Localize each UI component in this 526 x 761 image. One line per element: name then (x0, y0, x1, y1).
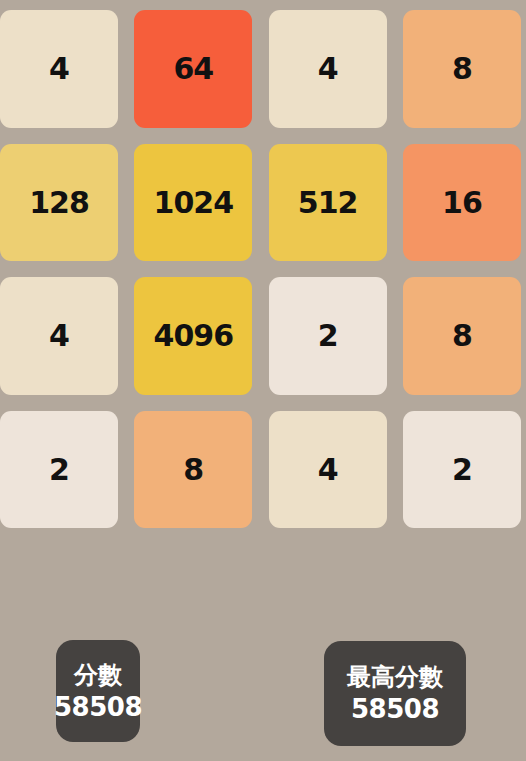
tile-r2c4-value-16: 16 (403, 144, 521, 262)
tile-r1c4-value-8: 8 (403, 10, 521, 128)
tile-r1c3-value-4: 4 (269, 10, 387, 128)
best-score-label: 最高分數 (347, 665, 443, 689)
tile-r2c2-value-1024: 1024 (134, 144, 252, 262)
tile-r1c2-value-64: 64 (134, 10, 252, 128)
score-label: 分數 (74, 663, 122, 687)
tile-r3c3-value-2: 2 (269, 277, 387, 395)
tile-r4c3-value-4: 4 (269, 411, 387, 529)
board-2048[interactable]: 4644812810245121644096282842 (0, 10, 521, 528)
score-value: 58508 (54, 694, 142, 720)
tile-r3c2-value-4096: 4096 (134, 277, 252, 395)
game-screen-2048: 4644812810245121644096282842 分數 58508 最高… (0, 0, 526, 761)
tile-r2c1-value-128: 128 (0, 144, 118, 262)
tile-r4c2-value-8: 8 (134, 411, 252, 529)
tile-r4c4-value-2: 2 (403, 411, 521, 529)
score-box: 分數 58508 (56, 640, 140, 742)
tile-r2c3-value-512: 512 (269, 144, 387, 262)
tile-r1c1-value-4: 4 (0, 10, 118, 128)
tile-r3c4-value-8: 8 (403, 277, 521, 395)
best-score-value: 58508 (351, 696, 439, 722)
tile-r4c1-value-2: 2 (0, 411, 118, 529)
best-score-box: 最高分數 58508 (324, 641, 466, 746)
tile-r3c1-value-4: 4 (0, 277, 118, 395)
